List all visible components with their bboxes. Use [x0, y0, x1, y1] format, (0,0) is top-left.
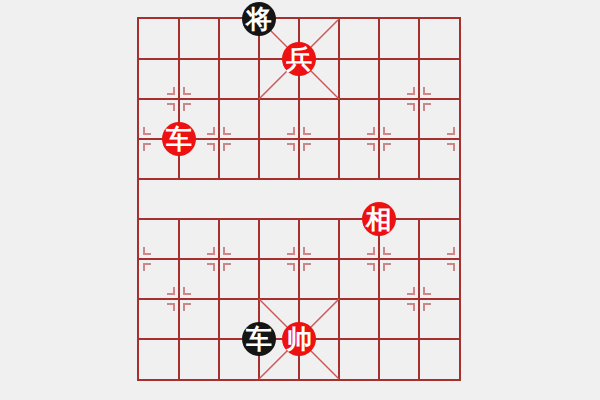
- pieces-layer: 将兵车相车帅: [119, 0, 479, 399]
- piece-black-chariot[interactable]: 车: [242, 322, 276, 356]
- piece-red-soldier[interactable]: 兵: [282, 42, 316, 76]
- xiangqi-screenshot: 将兵车相车帅: [0, 0, 600, 400]
- piece-black-general[interactable]: 将: [242, 2, 276, 36]
- piece-red-elephant[interactable]: 相: [362, 202, 396, 236]
- xiangqi-board[interactable]: 将兵车相车帅: [137, 17, 461, 381]
- piece-red-chariot[interactable]: 车: [162, 122, 196, 156]
- piece-red-general[interactable]: 帅: [282, 322, 316, 356]
